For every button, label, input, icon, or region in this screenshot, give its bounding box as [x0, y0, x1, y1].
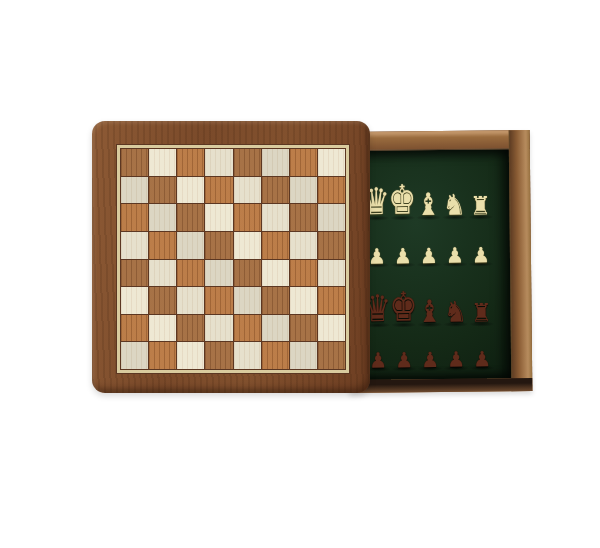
square-h4[interactable] [318, 260, 345, 287]
square-b8[interactable] [149, 149, 176, 176]
square-c2[interactable] [177, 315, 204, 342]
white-knight-4[interactable]: ♞ [441, 193, 467, 219]
square-f6[interactable] [262, 204, 289, 231]
square-g5[interactable] [290, 232, 317, 259]
red-pawn-icon: ♟ [473, 349, 491, 370]
red-knight-4[interactable]: ♞ [442, 300, 468, 326]
red-king-2[interactable]: ♚ [390, 295, 416, 326]
white-bishop-3[interactable]: ♝ [415, 193, 441, 219]
square-e4[interactable] [234, 260, 261, 287]
square-d5[interactable] [205, 232, 232, 259]
board-inlay-border [116, 144, 350, 374]
red-pawn-icon: ♟ [447, 349, 465, 370]
board-squares-grid [120, 148, 346, 370]
drawer-row-red-4: ♟♟♟♟♟ [349, 325, 512, 371]
square-e5[interactable] [234, 232, 261, 259]
square-h6[interactable] [318, 204, 345, 231]
piece-storage-drawer[interactable]: ♛♚♝♞♜♟♟♟♟♟♛♚♝♞♜♟♟♟♟♟ [347, 130, 533, 393]
red-pawn-5[interactable]: ♟ [469, 349, 495, 369]
square-g4[interactable] [290, 260, 317, 287]
square-f8[interactable] [262, 149, 289, 176]
white-pawn-icon: ♟ [394, 245, 412, 266]
square-g6[interactable] [290, 204, 317, 231]
square-g8[interactable] [290, 149, 317, 176]
drawer-right-rail [509, 130, 533, 391]
square-c8[interactable] [177, 149, 204, 176]
square-d4[interactable] [205, 260, 232, 287]
square-d8[interactable] [205, 149, 232, 176]
square-h8[interactable] [318, 149, 345, 176]
white-king-2[interactable]: ♚ [389, 188, 415, 219]
chess-box-scene: ♛♚♝♞♜♟♟♟♟♟♛♚♝♞♜♟♟♟♟♟ [0, 0, 600, 548]
square-d1[interactable] [205, 342, 232, 369]
square-e1[interactable] [234, 342, 261, 369]
red-bishop-3[interactable]: ♝ [416, 300, 442, 326]
white-bishop-icon: ♝ [417, 189, 441, 220]
white-pawn-icon: ♟ [420, 245, 438, 266]
square-f4[interactable] [262, 260, 289, 287]
drawer-bottom-rail [349, 378, 532, 393]
square-h3[interactable] [318, 287, 345, 314]
white-king-icon: ♚ [388, 180, 416, 221]
square-d3[interactable] [205, 287, 232, 314]
red-pawn-icon: ♟ [421, 349, 439, 370]
square-d7[interactable] [205, 177, 232, 204]
square-c7[interactable] [177, 177, 204, 204]
drawer-row-white-2: ♟♟♟♟♟ [348, 218, 511, 267]
white-pawn-icon: ♟ [368, 246, 386, 267]
square-a5[interactable] [121, 232, 148, 259]
square-h2[interactable] [318, 315, 345, 342]
drawer-felt-lining: ♛♚♝♞♜♟♟♟♟♟♛♚♝♞♜♟♟♟♟♟ [347, 148, 512, 380]
square-a3[interactable] [121, 287, 148, 314]
white-rook-5[interactable]: ♜ [467, 195, 493, 218]
square-e3[interactable] [234, 287, 261, 314]
square-b4[interactable] [149, 260, 176, 287]
white-knight-icon: ♞ [443, 190, 467, 219]
square-f1[interactable] [262, 342, 289, 369]
square-a2[interactable] [121, 315, 148, 342]
square-c1[interactable] [177, 342, 204, 369]
square-c6[interactable] [177, 204, 204, 231]
red-pawn-icon: ♟ [369, 350, 387, 371]
square-b3[interactable] [149, 287, 176, 314]
square-c3[interactable] [177, 287, 204, 314]
square-f7[interactable] [262, 177, 289, 204]
square-h1[interactable] [318, 342, 345, 369]
red-rook-icon: ♜ [471, 300, 492, 326]
square-g7[interactable] [290, 177, 317, 204]
white-rook-icon: ♜ [470, 193, 491, 219]
square-e6[interactable] [234, 204, 261, 231]
square-f5[interactable] [262, 232, 289, 259]
square-a8[interactable] [121, 149, 148, 176]
square-a4[interactable] [121, 260, 148, 287]
square-f2[interactable] [262, 315, 289, 342]
red-pawn-icon: ♟ [395, 349, 413, 370]
red-knight-icon: ♞ [444, 297, 468, 326]
square-b7[interactable] [149, 177, 176, 204]
square-h7[interactable] [318, 177, 345, 204]
white-pawn-icon: ♟ [472, 245, 490, 266]
red-rook-5[interactable]: ♜ [468, 302, 494, 325]
square-c5[interactable] [177, 232, 204, 259]
white-pawn-5[interactable]: ♟ [468, 245, 494, 265]
drawer-row-white-1: ♛♚♝♞♜ [347, 148, 511, 220]
square-c4[interactable] [177, 260, 204, 287]
square-e7[interactable] [234, 177, 261, 204]
square-d2[interactable] [205, 315, 232, 342]
square-e2[interactable] [234, 315, 261, 342]
drawer-top-rail [347, 130, 530, 151]
square-b2[interactable] [149, 315, 176, 342]
square-a6[interactable] [121, 204, 148, 231]
red-bishop-icon: ♝ [418, 296, 442, 327]
square-b5[interactable] [149, 232, 176, 259]
square-a1[interactable] [121, 342, 148, 369]
square-e8[interactable] [234, 149, 261, 176]
square-h5[interactable] [318, 232, 345, 259]
square-g3[interactable] [290, 287, 317, 314]
square-b1[interactable] [149, 342, 176, 369]
square-g1[interactable] [290, 342, 317, 369]
square-a7[interactable] [121, 177, 148, 204]
red-king-icon: ♚ [389, 287, 417, 328]
white-pawn-icon: ♟ [446, 245, 464, 266]
square-f3[interactable] [262, 287, 289, 314]
drawer-row-red-3: ♛♚♝♞♜ [348, 265, 512, 327]
square-b6[interactable] [149, 204, 176, 231]
square-g2[interactable] [290, 315, 317, 342]
chess-board[interactable] [92, 121, 370, 393]
square-d6[interactable] [205, 204, 232, 231]
